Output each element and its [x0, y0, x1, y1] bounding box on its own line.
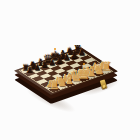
brass-clasp-knob	[102, 85, 105, 88]
king-finial	[54, 48, 56, 50]
chess-set-photo: ♜♞♝♛♚♝♞♜♟♟♟♟♟♟♟♟♟♟♟♟♟♟♟♟♜♞♝♛♚♝♞♜	[0, 0, 140, 140]
